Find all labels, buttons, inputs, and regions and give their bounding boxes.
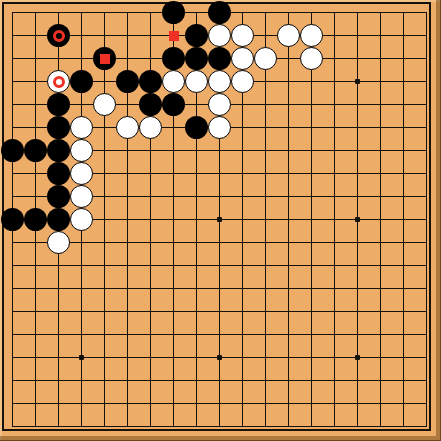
black-stone [93,47,116,70]
white-stone [139,116,162,139]
black-stone [208,47,231,70]
white-stone [254,47,277,70]
red-square-marker [100,54,110,64]
go-board [0,0,441,441]
black-stone [47,208,70,231]
white-stone [47,231,70,254]
black-stone [47,139,70,162]
white-stone [208,70,231,93]
black-stone [162,1,185,24]
black-stone [47,116,70,139]
white-stone [208,24,231,47]
black-stone [24,139,47,162]
white-stone [70,162,93,185]
black-stone [162,47,185,70]
black-stone [185,47,208,70]
white-stone [231,24,254,47]
white-stone [185,70,208,93]
black-stone [47,185,70,208]
black-stone [47,24,70,47]
white-stone [70,139,93,162]
star-point [79,355,84,360]
black-stone [185,116,208,139]
white-stone [162,70,185,93]
white-stone [208,116,231,139]
black-stone [116,70,139,93]
star-point [355,79,360,84]
white-stone [70,208,93,231]
black-stone [47,162,70,185]
white-stone [70,116,93,139]
red-square-marker [169,31,179,41]
black-stone [24,208,47,231]
black-stone [208,1,231,24]
black-stone [185,24,208,47]
go-diagram [0,0,441,441]
black-stone [139,93,162,116]
black-stone [139,70,162,93]
white-stone [300,24,323,47]
star-point [355,355,360,360]
star-point [217,355,222,360]
white-stone [231,70,254,93]
white-stone [47,70,70,93]
black-stone [162,93,185,116]
red-circle-marker [53,76,65,88]
white-stone [231,47,254,70]
black-stone [70,70,93,93]
black-stone [47,93,70,116]
black-stone [1,139,24,162]
red-circle-marker [53,30,65,42]
star-point [355,217,360,222]
white-stone [300,47,323,70]
white-stone [70,185,93,208]
black-stone [1,208,24,231]
white-stone [116,116,139,139]
white-stone [277,24,300,47]
star-point [217,217,222,222]
white-stone [208,93,231,116]
white-stone [93,93,116,116]
